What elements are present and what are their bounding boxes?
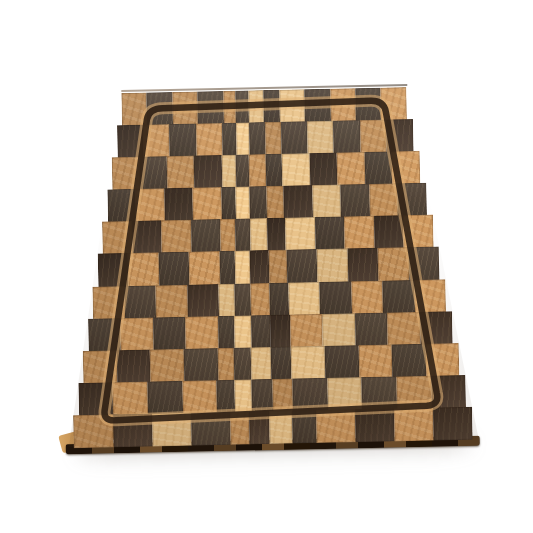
board-cell	[358, 344, 392, 378]
board-cell	[234, 283, 250, 316]
board-cell	[310, 153, 338, 187]
board-cell	[394, 408, 434, 442]
board-cell	[383, 280, 415, 314]
board-cell	[113, 381, 148, 415]
board-cell	[288, 282, 320, 316]
board-cell	[251, 315, 271, 348]
board-cell	[325, 345, 359, 379]
board-cell	[117, 125, 144, 159]
board-cell	[218, 315, 235, 348]
board-cell	[117, 349, 151, 383]
board-cell	[287, 249, 318, 283]
board-cell	[281, 121, 308, 155]
board-cell	[192, 187, 221, 221]
board-cell	[102, 221, 132, 255]
board-cell	[403, 215, 433, 249]
board-cell	[182, 380, 217, 414]
board-cell	[88, 318, 121, 352]
board-cell	[235, 219, 250, 252]
board-cell	[266, 154, 283, 187]
cutting-board	[0, 0, 533, 533]
board-cell	[420, 311, 453, 345]
board-cell	[433, 407, 473, 441]
board-cell	[392, 343, 426, 377]
board-cell	[185, 316, 218, 350]
board-cell	[153, 316, 186, 350]
board-cell	[293, 378, 328, 412]
board-cell	[196, 123, 223, 157]
board-cell	[184, 348, 218, 382]
board-cell	[249, 122, 266, 155]
board-cell	[284, 185, 313, 219]
board-cell	[268, 250, 287, 283]
board-cell	[292, 410, 316, 444]
checkerboard-surface	[0, 0, 527, 6]
board-cell	[397, 183, 426, 217]
board-cell	[236, 122, 250, 155]
board-cell	[251, 347, 272, 380]
board-cell	[355, 88, 381, 122]
board-cell	[355, 312, 388, 346]
board-cell	[317, 249, 348, 283]
board-cell	[128, 253, 159, 287]
board-cell	[330, 88, 356, 122]
board-cell	[374, 216, 404, 250]
board-cell	[348, 248, 379, 282]
board-cell	[264, 90, 280, 123]
board-cell	[139, 156, 167, 190]
board-cell	[112, 157, 140, 191]
board-cell	[220, 219, 235, 252]
board-cell	[272, 378, 293, 412]
board-cell	[250, 218, 268, 251]
board-cell	[392, 151, 420, 185]
board-cell	[156, 284, 188, 318]
board-cell	[222, 155, 236, 188]
board-cell	[132, 221, 162, 255]
board-cell	[282, 153, 310, 187]
board-cell	[235, 251, 251, 284]
board-cell	[249, 411, 269, 444]
board-cell	[291, 346, 325, 380]
board-cell	[107, 189, 136, 223]
board-cell	[304, 89, 330, 123]
board-cell	[251, 379, 272, 413]
board-cell	[169, 124, 196, 158]
board-cell	[337, 152, 365, 186]
board-cell	[333, 120, 360, 154]
board-cell	[378, 248, 409, 282]
board-cell	[250, 250, 269, 283]
board-cell	[221, 187, 236, 220]
board-cell	[236, 90, 249, 123]
board-cell	[351, 280, 383, 314]
board-cell	[344, 216, 374, 250]
board-cell	[235, 155, 249, 188]
board-cell	[316, 409, 356, 443]
board-cell	[249, 154, 266, 187]
board-cell	[364, 152, 392, 186]
board-cell	[322, 313, 355, 347]
board-cell	[217, 380, 235, 413]
board-cell	[414, 279, 446, 313]
board-cell	[234, 379, 252, 412]
board-cell	[290, 314, 323, 348]
board-cell	[147, 381, 182, 415]
board-cell	[189, 251, 220, 285]
board-cell	[147, 92, 173, 126]
board-cell	[327, 377, 362, 411]
photo-canvas	[0, 0, 533, 533]
board-cell	[120, 317, 153, 351]
board-cell	[191, 219, 221, 253]
board-cell	[230, 411, 250, 444]
board-cell	[362, 376, 397, 410]
board-cell	[74, 414, 114, 448]
board-cell	[320, 281, 352, 315]
board-cell	[187, 284, 219, 318]
board-cell	[266, 186, 284, 219]
board-cell	[124, 285, 156, 319]
board-cell	[113, 413, 153, 447]
board-cell	[307, 121, 334, 155]
board-cell	[167, 156, 195, 190]
board-cell	[222, 123, 236, 156]
board-cell	[219, 251, 235, 284]
board-cell	[191, 412, 231, 446]
board-cell	[83, 350, 117, 384]
board-cell	[172, 91, 198, 125]
board-cell	[97, 253, 128, 287]
board-cell	[194, 155, 222, 189]
board-cell	[315, 217, 345, 251]
board-cell	[249, 90, 265, 123]
board-cell	[285, 217, 315, 251]
board-cell	[217, 347, 234, 380]
board-cell	[425, 343, 459, 377]
board-cell	[267, 218, 285, 251]
board-cell	[355, 408, 395, 442]
board-cell	[386, 119, 413, 153]
board-cell	[249, 186, 267, 219]
board-cell	[369, 184, 398, 218]
board-cell	[152, 413, 192, 447]
board-cell	[269, 410, 293, 444]
board-cell	[271, 346, 292, 379]
board-cell	[340, 184, 369, 218]
board-cell	[78, 382, 113, 416]
board-cell	[198, 91, 224, 125]
board-cell	[396, 375, 431, 409]
board-cell	[269, 282, 289, 315]
board-cell	[312, 185, 341, 219]
board-cell	[121, 93, 147, 127]
board-cell	[234, 315, 251, 348]
board-cell	[279, 89, 305, 123]
board-cell	[234, 347, 251, 380]
board-cell	[93, 286, 125, 320]
board-cell	[143, 124, 170, 158]
board-cell	[135, 188, 164, 222]
board-cell	[387, 311, 420, 345]
board-cell	[223, 91, 236, 124]
board-cell	[158, 252, 189, 286]
board-cell	[360, 120, 387, 154]
board-cell	[431, 375, 466, 409]
board-cell	[381, 87, 407, 121]
board-cell	[150, 349, 184, 383]
board-cell	[164, 188, 193, 222]
board-cell	[409, 247, 440, 281]
board-cell	[250, 283, 270, 316]
board-cell	[161, 220, 191, 254]
board-cell	[235, 187, 250, 220]
board-cell	[270, 314, 290, 347]
board-cell	[265, 122, 282, 155]
board-cell	[219, 283, 235, 316]
